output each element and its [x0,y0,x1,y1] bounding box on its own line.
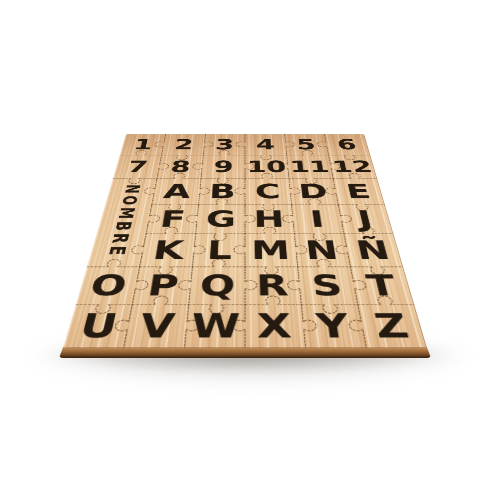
puzzle-piece-A: A [152,178,201,204]
puzzle-piece-V: V [124,305,189,348]
puzzle-piece-1: 1 [120,134,166,155]
puzzle-grid: NOMBRE 123456789101112ABCDEFGHIJKLMNÑOPQ… [63,134,427,348]
puzzle-piece-P: P [132,267,192,305]
puzzle-piece-O: O [76,267,140,305]
puzzle-piece-11: 11 [287,155,333,178]
puzzle-piece-W: W [184,305,245,348]
puzzle-piece-I: I [292,204,344,233]
puzzle-piece-M: M [245,234,298,267]
puzzle-piece-Z: Z [358,305,427,348]
product-photo: NOMBRE 123456789101112ABCDEFGHIJKLMNÑOPQ… [0,0,500,500]
puzzle-piece-6: 6 [324,134,370,155]
puzzle-board: NOMBRE 123456789101112ABCDEFGHIJKLMNÑOPQ… [63,134,427,348]
puzzle-piece-C: C [245,178,292,204]
puzzle-piece-F: F [146,204,198,233]
puzzle-piece-S: S [298,267,358,305]
puzzle-piece-5: 5 [285,134,329,155]
puzzle-piece-4: 4 [245,134,287,155]
puzzle-piece-12: 12 [328,155,377,178]
puzzle-piece-J: J [338,204,393,233]
board-side-edge [59,347,431,358]
puzzle-piece-X: X [245,305,306,348]
puzzle-piece-R: R [245,267,301,305]
puzzle-piece-B: B [198,178,245,204]
puzzle-piece-H: H [245,204,294,233]
puzzle-piece-K: K [140,234,196,267]
puzzle-piece-8: 8 [157,155,203,178]
puzzle-piece-10: 10 [245,155,289,178]
puzzle-piece-7: 7 [113,155,162,178]
puzzle-piece-D: D [289,178,338,204]
puzzle-piece-G: G [196,204,245,233]
puzzle-piece-9: 9 [201,155,245,178]
puzzle-piece-E: E [333,178,385,204]
puzzle-piece-2: 2 [162,134,206,155]
puzzle-piece-Ñ: Ñ [344,234,403,267]
puzzle-piece-U: U [63,305,132,348]
puzzle-piece-N: N [294,234,350,267]
puzzle-piece-L: L [192,234,245,267]
puzzle-piece-T: T [350,267,414,305]
puzzle-piece-3: 3 [203,134,245,155]
puzzle-piece-Q: Q [189,267,245,305]
puzzle-piece-Y: Y [301,305,366,348]
